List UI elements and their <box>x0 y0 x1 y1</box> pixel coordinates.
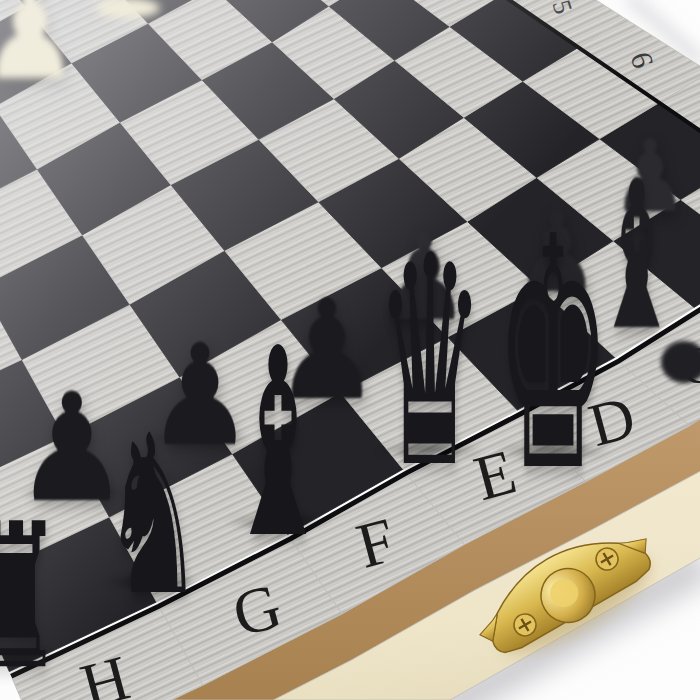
board-and-box-graphic: HGFEDC65 <box>0 0 700 700</box>
chess-box-photo: HGFEDC65 ♟♟♟♟♝♟♟♛♚♟♝♞♜ <box>0 0 700 700</box>
